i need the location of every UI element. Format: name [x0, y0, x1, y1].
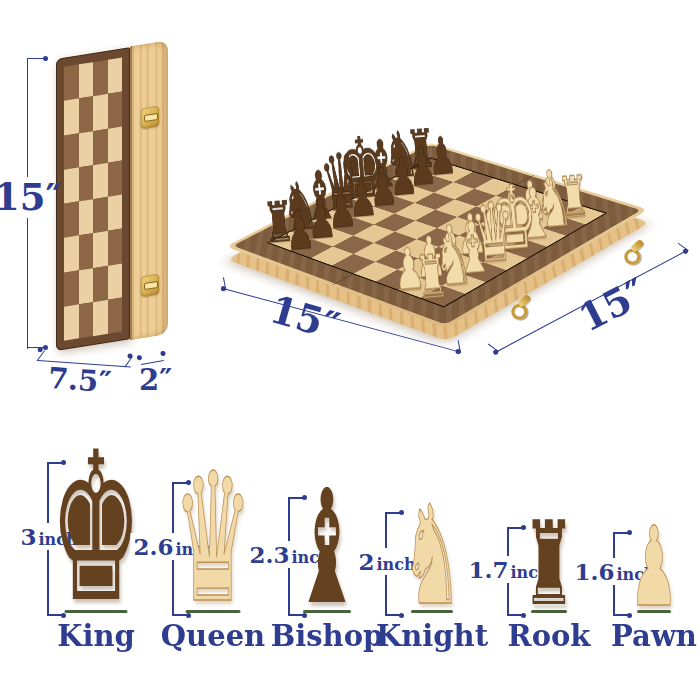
size-value: 1.7	[468, 556, 508, 583]
product-diagram: 15″ 7.5″ 2″ ♜♞♝♛♚♝♞♜♟♟♟♟♟♟♟♟♟♟♟♟♟♟♟♟♜♞♝♛…	[0, 0, 700, 700]
size-value: 2.3	[249, 541, 289, 568]
piece-name-label: Bishop	[271, 619, 384, 653]
piece-name-label: Pawn	[611, 619, 697, 653]
chess-piece-queen-light: ♛	[173, 450, 253, 628]
piece-name-label: Queen	[161, 619, 265, 653]
chess-piece-king-dark: ♚	[50, 425, 142, 631]
size-value: 2	[358, 548, 374, 575]
size-value: 1.6	[574, 558, 614, 585]
chess-piece-knight-light: ♞	[401, 487, 462, 624]
chess-piece-pawn-light: ♟	[629, 512, 678, 622]
piece-name-label: Rook	[508, 619, 591, 653]
piece-name-label: King	[57, 619, 135, 653]
size-value: 2.6	[133, 533, 173, 560]
size-value: 3	[20, 523, 36, 550]
chess-piece-rook-dark: ♜	[523, 506, 575, 622]
piece-name-label: Knight	[376, 619, 488, 653]
chess-piece-bishop-dark: ♝	[292, 468, 363, 626]
piece-size-chart: 3inch♚King2.6inch♛Queen2.3inch♝Bishop2in…	[0, 0, 700, 700]
